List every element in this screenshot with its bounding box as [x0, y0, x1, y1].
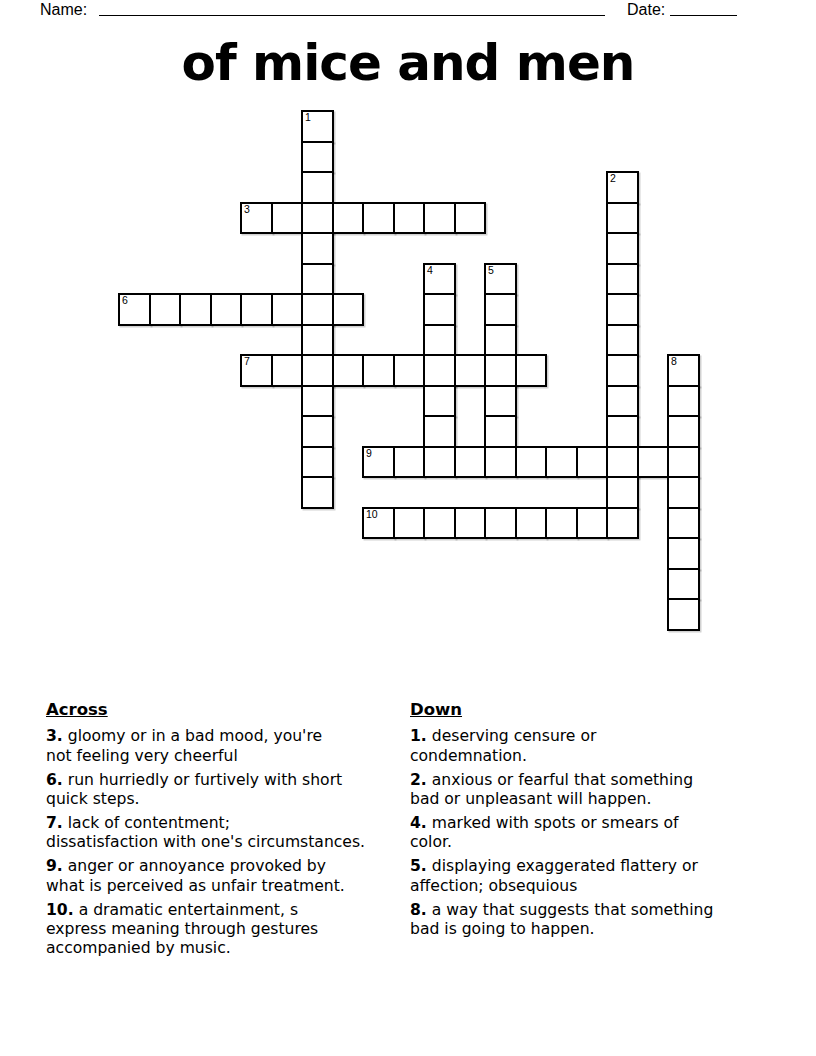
clue-number-3: 3 [244, 204, 250, 215]
worksheet-page: Name: Date: of mice and men 12345678910 … [0, 0, 816, 1056]
across-clues-list: 3.gloomy or in a bad mood, you're not fe… [46, 727, 412, 958]
down-clue-1: 1.deserving censure or condemnation. [410, 727, 786, 766]
grid-cell-r6c2[interactable] [179, 293, 212, 326]
grid-cell-r6c1[interactable] [149, 293, 182, 326]
across-clue-6: 6.run hurriedly or furtively with short … [46, 771, 412, 810]
grid-cell-r12c16[interactable] [606, 476, 639, 509]
grid-cell-r6c6[interactable] [301, 293, 334, 326]
grid-cell-r11c10[interactable] [423, 446, 456, 479]
grid-cell-r11c8[interactable]: 9 [362, 446, 395, 479]
down-clue-8: 8.a way that suggests that something bad… [410, 901, 786, 940]
grid-cell-r13c12[interactable] [484, 507, 517, 540]
grid-cell-r8c8[interactable] [362, 354, 395, 387]
grid-cell-r5c12[interactable]: 5 [484, 263, 517, 296]
grid-cell-r5c6[interactable] [301, 263, 334, 296]
down-clue-5: 5.displaying exaggerated flattery or aff… [410, 857, 786, 896]
clue-num-label: 1. [410, 727, 427, 745]
grid-cell-r11c12[interactable] [484, 446, 517, 479]
name-blank-line [99, 0, 605, 16]
clue-number-10: 10 [366, 509, 378, 520]
grid-cell-r9c16[interactable] [606, 385, 639, 418]
grid-cell-r7c16[interactable] [606, 324, 639, 357]
grid-cell-r6c5[interactable] [271, 293, 304, 326]
clue-text: anger or annoyance provoked by what is p… [46, 857, 345, 894]
clue-num-label: 3. [46, 727, 63, 745]
grid-cell-r8c6[interactable] [301, 354, 334, 387]
grid-cell-r11c16[interactable] [606, 446, 639, 479]
clue-number-1: 1 [305, 112, 311, 123]
clue-num-label: 10. [46, 901, 74, 919]
grid-cell-r13c16[interactable] [606, 507, 639, 540]
across-clue-3: 3.gloomy or in a bad mood, you're not fe… [46, 727, 412, 766]
down-clue-4: 4.marked with spots or smears of color. [410, 814, 786, 853]
grid-cell-r3c5[interactable] [271, 202, 304, 235]
grid-cell-r11c18[interactable] [667, 446, 700, 479]
clue-text: a way that suggests that something bad i… [410, 901, 713, 938]
grid-cell-r8c10[interactable] [423, 354, 456, 387]
grid-cell-r11c17[interactable] [637, 446, 670, 479]
grid-cell-r8c4[interactable]: 7 [240, 354, 273, 387]
grid-cell-r9c10[interactable] [423, 385, 456, 418]
name-label: Name: [40, 1, 87, 19]
grid-cell-r10c6[interactable] [301, 415, 334, 448]
down-clue-2: 2.anxious or fearful that something bad … [410, 771, 786, 810]
grid-cell-r6c0[interactable]: 6 [118, 293, 151, 326]
grid-cell-r8c5[interactable] [271, 354, 304, 387]
grid-cell-r13c11[interactable] [454, 507, 487, 540]
grid-cell-r8c18[interactable]: 8 [667, 354, 700, 387]
grid-cell-r11c14[interactable] [545, 446, 578, 479]
grid-cell-r13c8[interactable]: 10 [362, 507, 395, 540]
clue-num-label: 4. [410, 814, 427, 832]
grid-cell-r11c13[interactable] [515, 446, 548, 479]
date-blank-line [670, 0, 737, 16]
clue-num-label: 7. [46, 814, 63, 832]
grid-cell-r7c6[interactable] [301, 324, 334, 357]
grid-cell-r9c12[interactable] [484, 385, 517, 418]
clue-number-6: 6 [122, 295, 128, 306]
clue-number-2: 2 [610, 173, 616, 184]
clue-number-5: 5 [488, 265, 494, 276]
across-clue-7: 7.lack of contentment; dissatisfaction w… [46, 814, 412, 853]
clue-text: gloomy or in a bad mood, you're not feel… [46, 727, 322, 764]
clue-text: lack of contentment; dissatisfaction wit… [46, 814, 365, 851]
grid-cell-r4c6[interactable] [301, 232, 334, 265]
grid-cell-r7c10[interactable] [423, 324, 456, 357]
crossword-grid: 12345678910 [118, 110, 701, 662]
clue-num-label: 8. [410, 901, 427, 919]
grid-cell-r14c18[interactable] [667, 537, 700, 570]
clue-text: a dramatic entertainment, s express mean… [46, 901, 318, 958]
clue-number-9: 9 [366, 448, 372, 459]
grid-cell-r13c9[interactable] [393, 507, 426, 540]
grid-cell-r3c11[interactable] [454, 202, 487, 235]
grid-cell-r1c6[interactable] [301, 141, 334, 174]
across-heading: Across [46, 700, 412, 719]
grid-cell-r7c12[interactable] [484, 324, 517, 357]
clue-num-label: 2. [410, 771, 427, 789]
down-heading: Down [410, 700, 786, 719]
clue-text: marked with spots or smears of color. [410, 814, 679, 851]
clue-num-label: 6. [46, 771, 63, 789]
grid-cell-r8c16[interactable] [606, 354, 639, 387]
grid-cell-r6c7[interactable] [332, 293, 365, 326]
grid-cell-r2c6[interactable] [301, 171, 334, 204]
clue-number-8: 8 [671, 356, 677, 367]
grid-cell-r10c16[interactable] [606, 415, 639, 448]
grid-cell-r12c6[interactable] [301, 476, 334, 509]
grid-cell-r11c6[interactable] [301, 446, 334, 479]
clue-number-4: 4 [427, 265, 433, 276]
clue-text: run hurriedly or furtively with short qu… [46, 771, 342, 808]
grid-cell-r13c14[interactable] [545, 507, 578, 540]
clue-text: displaying exaggerated flattery or affec… [410, 857, 698, 894]
grid-cell-r6c3[interactable] [210, 293, 243, 326]
grid-cell-r2c16[interactable]: 2 [606, 171, 639, 204]
clue-number-7: 7 [244, 356, 250, 367]
grid-cell-r10c10[interactable] [423, 415, 456, 448]
grid-cell-r6c16[interactable] [606, 293, 639, 326]
down-clues-list: 1.deserving censure or condemnation.2.an… [410, 727, 786, 939]
grid-cell-r11c9[interactable] [393, 446, 426, 479]
grid-cell-r3c9[interactable] [393, 202, 426, 235]
date-label: Date: [627, 1, 665, 19]
grid-cell-r15c18[interactable] [667, 568, 700, 601]
grid-cell-r5c16[interactable] [606, 263, 639, 296]
grid-cell-r3c10[interactable] [423, 202, 456, 235]
grid-cell-r10c18[interactable] [667, 415, 700, 448]
grid-cell-r8c7[interactable] [332, 354, 365, 387]
grid-cell-r3c4[interactable]: 3 [240, 202, 273, 235]
grid-cell-r16c18[interactable] [667, 598, 700, 631]
grid-cell-r12c18[interactable] [667, 476, 700, 509]
grid-cell-r8c9[interactable] [393, 354, 426, 387]
grid-cell-r8c13[interactable] [515, 354, 548, 387]
grid-cell-r11c15[interactable] [576, 446, 609, 479]
grid-cell-r9c6[interactable] [301, 385, 334, 418]
grid-cell-r13c13[interactable] [515, 507, 548, 540]
grid-cell-r9c18[interactable] [667, 385, 700, 418]
across-clues-section: Across 3.gloomy or in a bad mood, you're… [46, 700, 412, 963]
clue-text: anxious or fearful that something bad or… [410, 771, 693, 808]
grid-cell-r5c10[interactable]: 4 [423, 263, 456, 296]
clue-text: deserving censure or condemnation. [410, 727, 596, 764]
down-clues-section: Down 1.deserving censure or condemnation… [410, 700, 786, 944]
grid-cell-r13c18[interactable] [667, 507, 700, 540]
grid-cell-r8c11[interactable] [454, 354, 487, 387]
grid-cell-r3c16[interactable] [606, 202, 639, 235]
grid-cell-r6c12[interactable] [484, 293, 517, 326]
across-clue-9: 9.anger or annoyance provoked by what is… [46, 857, 412, 896]
grid-cell-r3c8[interactable] [362, 202, 395, 235]
grid-cell-r3c7[interactable] [332, 202, 365, 235]
grid-cell-r13c10[interactable] [423, 507, 456, 540]
grid-cell-r4c16[interactable] [606, 232, 639, 265]
grid-cell-r6c4[interactable] [240, 293, 273, 326]
grid-cell-r10c12[interactable] [484, 415, 517, 448]
page-title: of mice and men [0, 36, 816, 91]
grid-cell-r6c10[interactable] [423, 293, 456, 326]
grid-cell-r11c11[interactable] [454, 446, 487, 479]
across-clue-10: 10.a dramatic entertainment, s express m… [46, 901, 412, 959]
clue-num-label: 5. [410, 857, 427, 875]
grid-cell-r8c12[interactable] [484, 354, 517, 387]
clue-num-label: 9. [46, 857, 63, 875]
grid-cell-r13c15[interactable] [576, 507, 609, 540]
grid-cell-r3c6[interactable] [301, 202, 334, 235]
grid-cell-r0c6[interactable]: 1 [301, 110, 334, 143]
